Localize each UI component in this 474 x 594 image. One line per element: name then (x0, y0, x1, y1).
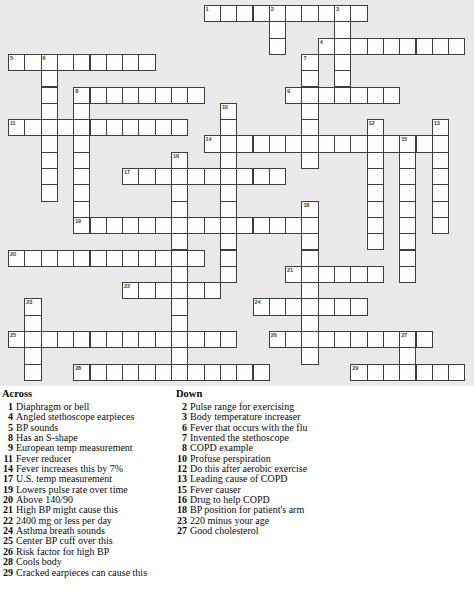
cell-number: 23 (26, 299, 32, 306)
cell-number: 15 (401, 136, 407, 143)
cell-number: 8 (75, 88, 78, 95)
grid-cell[interactable] (187, 87, 204, 104)
grid-cell[interactable] (383, 364, 400, 381)
grid-cell[interactable] (367, 364, 384, 381)
grid-cell[interactable] (73, 119, 90, 136)
grid-cell[interactable] (41, 184, 58, 201)
grid-cell[interactable]: 19 (73, 217, 90, 234)
grid-cell[interactable] (171, 250, 188, 267)
grid-cell[interactable] (90, 331, 107, 348)
crossword-page: { "game": "crossword", "theme": "vital s… (0, 0, 474, 594)
grid-cell[interactable] (171, 119, 188, 136)
grid-cell[interactable] (350, 5, 367, 22)
grid-cell[interactable] (318, 87, 335, 104)
grid-cell[interactable] (90, 87, 107, 104)
grid-cell[interactable] (171, 168, 188, 185)
grid-cell[interactable] (367, 201, 384, 218)
grid-cell[interactable] (301, 298, 318, 315)
grid-cell[interactable]: 6 (41, 54, 58, 71)
cell-number: 14 (206, 136, 212, 143)
grid-cell[interactable]: 20 (8, 250, 25, 267)
grid-cell[interactable] (301, 233, 318, 250)
grid-cell[interactable] (187, 331, 204, 348)
grid-cell[interactable] (220, 331, 237, 348)
grid-cell[interactable]: 8 (73, 87, 90, 104)
grid-cell[interactable] (334, 266, 351, 283)
grid-cell[interactable] (334, 38, 351, 55)
grid-cell[interactable] (204, 217, 221, 234)
grid-cell[interactable]: 10 (220, 103, 237, 120)
grid-cell[interactable] (236, 135, 253, 152)
grid-cell[interactable]: 1 (204, 5, 221, 22)
grid-cell[interactable] (122, 217, 139, 234)
grid-cell[interactable] (41, 250, 58, 267)
grid-cell[interactable]: 9 (285, 87, 302, 104)
grid-cell[interactable] (301, 331, 318, 348)
grid-cell[interactable] (318, 298, 335, 315)
grid-cell[interactable]: 4 (318, 38, 335, 55)
grid-cell[interactable] (350, 298, 367, 315)
grid-cell[interactable] (90, 54, 107, 71)
grid-cell[interactable]: 22 (122, 282, 139, 299)
grid-cell[interactable] (269, 217, 286, 234)
cell-number: 12 (369, 120, 375, 127)
cell-number: 2 (271, 6, 274, 13)
grid-cell[interactable] (399, 217, 416, 234)
grid-cell[interactable] (399, 168, 416, 185)
cell-number: 27 (401, 332, 407, 339)
grid-cell[interactable] (399, 201, 416, 218)
grid-cell[interactable] (367, 135, 384, 152)
grid-cell[interactable] (204, 168, 221, 185)
grid-cell[interactable] (187, 282, 204, 299)
grid-cell[interactable] (73, 103, 90, 120)
grid-cell[interactable] (106, 250, 123, 267)
cell-number: 18 (303, 202, 309, 209)
grid-cell[interactable] (269, 298, 286, 315)
crossword-grid: 1234567891011121314151617181920212223242… (0, 0, 474, 386)
down-clue-list: 2Pulse range for exercising3Body tempera… (176, 402, 416, 536)
grid-cell[interactable] (138, 217, 155, 234)
grid-cell[interactable] (171, 364, 188, 381)
grid-cell[interactable] (301, 70, 318, 87)
cell-number: 21 (287, 267, 293, 274)
grid-cell[interactable] (301, 282, 318, 299)
grid-cell[interactable] (57, 54, 74, 71)
grid-cell[interactable] (399, 364, 416, 381)
cell-number: 22 (124, 283, 130, 290)
grid-cell[interactable] (318, 266, 335, 283)
clue-number: 29 (2, 568, 13, 578)
cell-number: 16 (173, 153, 179, 160)
grid-cell[interactable] (138, 54, 155, 71)
grid-cell[interactable] (171, 298, 188, 315)
grid-cell[interactable] (367, 184, 384, 201)
grid-cell[interactable] (432, 201, 449, 218)
grid-cell[interactable] (220, 250, 237, 267)
grid-cell[interactable] (301, 152, 318, 169)
grid-cell[interactable] (220, 168, 237, 185)
grid-cell[interactable]: 17 (122, 168, 139, 185)
grid-cell[interactable] (301, 135, 318, 152)
grid-cell[interactable] (187, 364, 204, 381)
grid-cell[interactable] (220, 217, 237, 234)
cell-number: 4 (320, 39, 323, 46)
grid-cell[interactable] (171, 184, 188, 201)
grid-cell[interactable] (122, 364, 139, 381)
grid-cell[interactable] (367, 233, 384, 250)
grid-cell[interactable]: 23 (24, 298, 41, 315)
grid-cell[interactable] (24, 364, 41, 381)
grid-cell[interactable] (399, 250, 416, 267)
grid-cell[interactable] (367, 266, 384, 283)
grid-cell[interactable] (122, 250, 139, 267)
grid-cell[interactable] (171, 87, 188, 104)
grid-cell[interactable] (383, 87, 400, 104)
grid-cell[interactable] (253, 5, 270, 22)
grid-cell[interactable] (432, 135, 449, 152)
grid-cell[interactable] (416, 38, 433, 55)
grid-cell[interactable] (73, 168, 90, 185)
grid-cell[interactable] (155, 87, 172, 104)
grid-cell[interactable] (204, 364, 221, 381)
grid-cell[interactable] (171, 266, 188, 283)
grid-cell[interactable] (171, 201, 188, 218)
down-header: Down (176, 388, 416, 399)
grid-cell[interactable]: 13 (432, 119, 449, 136)
grid-cell[interactable] (106, 331, 123, 348)
grid-cell[interactable] (73, 201, 90, 218)
grid-cell[interactable] (155, 119, 172, 136)
grid-cell[interactable] (285, 5, 302, 22)
grid-cell[interactable] (367, 168, 384, 185)
grid-cell[interactable] (285, 135, 302, 152)
grid-cell[interactable] (416, 331, 433, 348)
grid-cell[interactable] (187, 168, 204, 185)
grid-cell[interactable] (432, 152, 449, 169)
grid-cell[interactable] (285, 217, 302, 234)
grid-cell[interactable] (301, 347, 318, 364)
grid-cell[interactable] (24, 347, 41, 364)
grid-cell[interactable] (106, 119, 123, 136)
grid-cell[interactable]: 16 (171, 152, 188, 169)
grid-cell[interactable] (90, 119, 107, 136)
grid-cell[interactable]: 21 (285, 266, 302, 283)
grid-cell[interactable] (24, 54, 41, 71)
grid-cell[interactable] (432, 184, 449, 201)
grid-cell[interactable]: 3 (334, 5, 351, 22)
grid-cell[interactable] (171, 233, 188, 250)
grid-cell[interactable] (399, 38, 416, 55)
grid-cell[interactable] (253, 364, 270, 381)
grid-cell[interactable] (155, 364, 172, 381)
grid-cell[interactable] (383, 38, 400, 55)
grid-cell[interactable] (367, 152, 384, 169)
cell-number: 24 (255, 299, 261, 306)
grid-cell[interactable] (220, 152, 237, 169)
grid-cell[interactable] (301, 266, 318, 283)
grid-cell[interactable] (269, 21, 286, 38)
grid-cell[interactable] (106, 87, 123, 104)
grid-cell[interactable] (41, 135, 58, 152)
grid-cell[interactable] (334, 135, 351, 152)
grid-cell[interactable]: 27 (399, 331, 416, 348)
grid-cell[interactable] (187, 217, 204, 234)
grid-cell[interactable] (350, 266, 367, 283)
grid-cell[interactable] (73, 135, 90, 152)
grid-cell[interactable] (171, 331, 188, 348)
cell-number: 26 (271, 332, 277, 339)
down-clue-column: Down 2Pulse range for exercising3Body te… (176, 388, 416, 536)
clue-text: Cracked earpieces can cause this (16, 568, 147, 578)
grid-cell[interactable] (236, 168, 253, 185)
grid-cell[interactable] (334, 21, 351, 38)
grid-cell[interactable] (171, 315, 188, 332)
cell-number: 25 (10, 332, 16, 339)
grid-cell[interactable] (138, 168, 155, 185)
grid-cell[interactable] (155, 250, 172, 267)
grid-cell[interactable] (334, 70, 351, 87)
clue-text: Good cholesterol (190, 526, 259, 536)
grid-cell[interactable]: 26 (269, 331, 286, 348)
grid-cell[interactable] (171, 347, 188, 364)
grid-cell[interactable] (106, 54, 123, 71)
grid-cell[interactable] (318, 331, 335, 348)
grid-cell[interactable] (73, 54, 90, 71)
grid-cell[interactable] (204, 331, 221, 348)
grid-cell[interactable] (318, 135, 335, 152)
grid-cell[interactable] (90, 364, 107, 381)
grid-cell[interactable] (220, 184, 237, 201)
grid-cell[interactable] (41, 87, 58, 104)
grid-cell[interactable]: 24 (253, 298, 270, 315)
grid-cell[interactable] (318, 5, 335, 22)
grid-cell[interactable] (253, 135, 270, 152)
grid-cell[interactable] (220, 5, 237, 22)
grid-cell[interactable] (285, 298, 302, 315)
clue-lists: Across 1Diaphragm or bell4Angled stethos… (0, 388, 474, 594)
grid-cell[interactable]: 2 (269, 5, 286, 22)
grid-cell[interactable] (57, 250, 74, 267)
grid-cell[interactable] (220, 266, 237, 283)
down-clue-27: 27Good cholesterol (176, 526, 416, 536)
grid-cell[interactable] (90, 217, 107, 234)
grid-cell[interactable]: 29 (350, 364, 367, 381)
grid-cell[interactable] (432, 217, 449, 234)
cell-number: 20 (10, 251, 16, 258)
grid-cell[interactable] (383, 331, 400, 348)
grid-cell[interactable] (204, 282, 221, 299)
grid-cell[interactable] (301, 5, 318, 22)
grid-cell[interactable]: 25 (8, 331, 25, 348)
cell-number: 5 (10, 55, 13, 62)
grid-cell[interactable] (399, 266, 416, 283)
cell-number: 19 (75, 218, 81, 225)
grid-cell[interactable] (155, 331, 172, 348)
grid-cell[interactable] (399, 152, 416, 169)
grid-cell[interactable] (220, 135, 237, 152)
cell-number: 1 (206, 6, 209, 13)
grid-cell[interactable] (138, 331, 155, 348)
cell-number: 11 (10, 120, 16, 127)
clue-text: Cools body (16, 557, 62, 567)
grid-cell[interactable] (41, 70, 58, 87)
grid-cell[interactable] (301, 315, 318, 332)
grid-cell[interactable]: 11 (8, 119, 25, 136)
grid-cell[interactable] (155, 282, 172, 299)
grid-cell[interactable] (350, 87, 367, 104)
grid-cell[interactable] (171, 217, 188, 234)
grid-cell[interactable] (220, 233, 237, 250)
grid-cell[interactable] (334, 54, 351, 71)
cell-number: 3 (336, 6, 339, 13)
cell-number: 10 (222, 104, 228, 111)
grid-cell[interactable] (138, 119, 155, 136)
grid-cell[interactable] (269, 168, 286, 185)
grid-cell[interactable] (301, 87, 318, 104)
grid-cell[interactable] (334, 298, 351, 315)
grid-cell[interactable] (155, 217, 172, 234)
grid-cell[interactable] (253, 217, 270, 234)
cell-number: 29 (352, 365, 358, 372)
grid-cell[interactable] (122, 54, 139, 71)
grid-cell[interactable] (106, 217, 123, 234)
grid-cell[interactable] (138, 250, 155, 267)
grid-cell[interactable] (24, 119, 41, 136)
grid-cell[interactable] (41, 331, 58, 348)
grid-cell[interactable] (383, 135, 400, 152)
grid-cell[interactable]: 5 (8, 54, 25, 71)
grid-cell[interactable] (367, 217, 384, 234)
grid-cell[interactable] (301, 250, 318, 267)
grid-cell[interactable] (301, 217, 318, 234)
grid-cell[interactable] (73, 152, 90, 169)
grid-cell[interactable] (432, 168, 449, 185)
grid-cell[interactable] (334, 87, 351, 104)
grid-cell[interactable] (367, 38, 384, 55)
grid-cell[interactable] (220, 119, 237, 136)
grid-cell[interactable] (220, 201, 237, 218)
grid-cell[interactable] (399, 347, 416, 364)
grid-cell[interactable] (24, 250, 41, 267)
grid-cell[interactable] (171, 282, 188, 299)
cell-number: 7 (303, 55, 306, 62)
grid-cell[interactable] (416, 135, 433, 152)
clue-number: 28 (2, 557, 13, 567)
grid-cell[interactable] (301, 119, 318, 136)
grid-cell[interactable] (350, 38, 367, 55)
grid-cell[interactable] (57, 331, 74, 348)
across-clue-28: 28Cools body (2, 557, 232, 567)
grid-cell[interactable] (285, 331, 302, 348)
grid-cell[interactable] (73, 184, 90, 201)
grid-cell[interactable] (220, 364, 237, 381)
grid-cell[interactable] (24, 331, 41, 348)
grid-cell[interactable] (399, 184, 416, 201)
grid-cell[interactable] (73, 331, 90, 348)
grid-cell[interactable] (399, 233, 416, 250)
grid-cell[interactable] (350, 135, 367, 152)
grid-cell[interactable] (41, 119, 58, 136)
grid-cell[interactable] (122, 331, 139, 348)
grid-cell[interactable] (367, 331, 384, 348)
grid-cell[interactable] (90, 250, 107, 267)
grid-cell[interactable] (24, 315, 41, 332)
grid-cell[interactable] (138, 87, 155, 104)
grid-cell[interactable] (138, 364, 155, 381)
cell-number: 28 (75, 365, 81, 372)
grid-cell[interactable] (448, 364, 465, 381)
grid-cell[interactable]: 12 (367, 119, 384, 136)
grid-cell[interactable] (155, 168, 172, 185)
grid-cell[interactable] (432, 38, 449, 55)
grid-cell[interactable] (57, 119, 74, 136)
grid-cell[interactable]: 18 (301, 201, 318, 218)
grid-cell[interactable]: 28 (73, 364, 90, 381)
grid-cell[interactable] (187, 250, 204, 267)
cell-number: 17 (124, 169, 130, 176)
grid-cell[interactable] (367, 87, 384, 104)
grid-cell[interactable]: 14 (204, 135, 221, 152)
grid-cell[interactable] (122, 119, 139, 136)
grid-cell[interactable] (73, 250, 90, 267)
grid-cell[interactable] (236, 217, 253, 234)
grid-cell[interactable] (269, 38, 286, 55)
grid-cell[interactable] (41, 103, 58, 120)
grid-cell[interactable]: 7 (301, 54, 318, 71)
across-clue-29: 29Cracked earpieces can cause this (2, 568, 232, 578)
grid-cell[interactable] (432, 364, 449, 381)
cell-number: 13 (434, 120, 440, 127)
grid-cell[interactable] (448, 38, 465, 55)
grid-cell[interactable] (416, 364, 433, 381)
grid-cell[interactable] (301, 103, 318, 120)
grid-cell[interactable] (253, 168, 270, 185)
cell-number: 9 (287, 88, 290, 95)
grid-cell[interactable] (41, 168, 58, 185)
grid-cell[interactable] (269, 135, 286, 152)
grid-cell[interactable] (122, 87, 139, 104)
grid-cell[interactable] (350, 331, 367, 348)
grid-cell[interactable] (41, 152, 58, 169)
grid-cell[interactable] (334, 331, 351, 348)
grid-cell[interactable] (236, 364, 253, 381)
grid-cell[interactable] (106, 364, 123, 381)
grid-cell[interactable]: 15 (399, 135, 416, 152)
cell-number: 6 (43, 55, 46, 62)
grid-cell[interactable] (138, 282, 155, 299)
clue-number: 27 (176, 526, 187, 536)
grid-cell[interactable] (236, 5, 253, 22)
